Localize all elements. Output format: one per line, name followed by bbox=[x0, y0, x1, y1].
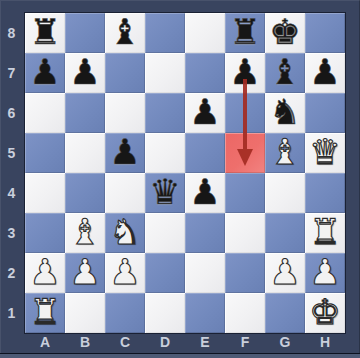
rank-label-3: 3 bbox=[0, 213, 23, 253]
square-c7[interactable] bbox=[105, 53, 145, 93]
square-d3[interactable] bbox=[145, 213, 185, 253]
square-d7[interactable] bbox=[145, 53, 185, 93]
square-h3[interactable]: ♜ bbox=[305, 213, 345, 253]
piece-black-pawn[interactable]: ♟ bbox=[25, 53, 65, 93]
piece-black-pawn[interactable]: ♟ bbox=[305, 53, 345, 93]
square-e6[interactable]: ♟ bbox=[185, 93, 225, 133]
square-b6[interactable] bbox=[65, 93, 105, 133]
square-a1[interactable]: ♜ bbox=[25, 293, 65, 333]
square-c2[interactable]: ♟ bbox=[105, 253, 145, 293]
piece-black-pawn[interactable]: ♟ bbox=[185, 173, 225, 213]
square-g1[interactable] bbox=[265, 293, 305, 333]
square-h4[interactable] bbox=[305, 173, 345, 213]
square-h6[interactable] bbox=[305, 93, 345, 133]
square-c6[interactable] bbox=[105, 93, 145, 133]
board-frame: 87654321 ♜♝♜♚♟♟♟♝♟♟♞♟♝♛♛♟♝♞♜♟♟♟♟♟♜♚ ABCD… bbox=[0, 0, 360, 358]
square-g2[interactable]: ♟ bbox=[265, 253, 305, 293]
piece-white-pawn[interactable]: ♟ bbox=[105, 253, 145, 293]
square-a8[interactable]: ♜ bbox=[25, 13, 65, 53]
piece-black-bishop[interactable]: ♝ bbox=[105, 13, 145, 53]
square-a2[interactable]: ♟ bbox=[25, 253, 65, 293]
square-d5[interactable] bbox=[145, 133, 185, 173]
piece-white-pawn[interactable]: ♟ bbox=[25, 253, 65, 293]
square-f8[interactable]: ♜ bbox=[225, 13, 265, 53]
square-f7[interactable]: ♟ bbox=[225, 53, 265, 93]
square-h2[interactable]: ♟ bbox=[305, 253, 345, 293]
square-f6[interactable] bbox=[225, 93, 265, 133]
square-c3[interactable]: ♞ bbox=[105, 213, 145, 253]
square-g5[interactable]: ♝ bbox=[265, 133, 305, 173]
piece-black-pawn[interactable]: ♟ bbox=[65, 53, 105, 93]
square-e1[interactable] bbox=[185, 293, 225, 333]
square-d2[interactable] bbox=[145, 253, 185, 293]
square-a5[interactable] bbox=[25, 133, 65, 173]
square-b3[interactable]: ♝ bbox=[65, 213, 105, 253]
rank-label-8: 8 bbox=[0, 13, 23, 53]
square-f4[interactable] bbox=[225, 173, 265, 213]
square-b2[interactable]: ♟ bbox=[65, 253, 105, 293]
piece-black-rook[interactable]: ♜ bbox=[225, 13, 265, 53]
square-d6[interactable] bbox=[145, 93, 185, 133]
square-g6[interactable]: ♞ bbox=[265, 93, 305, 133]
square-f1[interactable] bbox=[225, 293, 265, 333]
square-e8[interactable] bbox=[185, 13, 225, 53]
window-edge bbox=[0, 353, 360, 358]
piece-white-rook[interactable]: ♜ bbox=[25, 293, 65, 333]
piece-white-pawn[interactable]: ♟ bbox=[305, 253, 345, 293]
square-a6[interactable] bbox=[25, 93, 65, 133]
file-label-e: E bbox=[185, 333, 225, 353]
rank-label-4: 4 bbox=[0, 173, 23, 213]
file-label-d: D bbox=[145, 333, 185, 353]
square-d8[interactable] bbox=[145, 13, 185, 53]
piece-white-knight[interactable]: ♞ bbox=[105, 213, 145, 253]
square-f3[interactable] bbox=[225, 213, 265, 253]
square-g3[interactable] bbox=[265, 213, 305, 253]
piece-black-bishop[interactable]: ♝ bbox=[265, 53, 305, 93]
rank-label-7: 7 bbox=[0, 53, 23, 93]
square-h8[interactable] bbox=[305, 13, 345, 53]
rank-label-1: 1 bbox=[0, 293, 23, 333]
square-h1[interactable]: ♚ bbox=[305, 293, 345, 333]
board: ♜♝♜♚♟♟♟♝♟♟♞♟♝♛♛♟♝♞♜♟♟♟♟♟♜♚ bbox=[25, 13, 345, 333]
square-c5[interactable]: ♟ bbox=[105, 133, 145, 173]
piece-black-pawn[interactable]: ♟ bbox=[185, 93, 225, 133]
piece-white-pawn[interactable]: ♟ bbox=[265, 253, 305, 293]
piece-black-rook[interactable]: ♜ bbox=[25, 13, 65, 53]
rank-label-5: 5 bbox=[0, 133, 23, 173]
square-h7[interactable]: ♟ bbox=[305, 53, 345, 93]
square-b5[interactable] bbox=[65, 133, 105, 173]
piece-black-pawn[interactable]: ♟ bbox=[225, 53, 265, 93]
square-c4[interactable] bbox=[105, 173, 145, 213]
piece-white-queen[interactable]: ♛ bbox=[305, 133, 345, 173]
piece-white-king[interactable]: ♚ bbox=[305, 293, 345, 333]
square-a3[interactable] bbox=[25, 213, 65, 253]
square-e7[interactable] bbox=[185, 53, 225, 93]
square-d4[interactable]: ♛ bbox=[145, 173, 185, 213]
square-e2[interactable] bbox=[185, 253, 225, 293]
rank-label-6: 6 bbox=[0, 93, 23, 133]
file-label-c: C bbox=[105, 333, 145, 353]
square-c1[interactable] bbox=[105, 293, 145, 333]
square-c8[interactable]: ♝ bbox=[105, 13, 145, 53]
square-a4[interactable] bbox=[25, 173, 65, 213]
square-h5[interactable]: ♛ bbox=[305, 133, 345, 173]
file-label-f: F bbox=[225, 333, 265, 353]
file-label-a: A bbox=[25, 333, 65, 353]
square-e5[interactable] bbox=[185, 133, 225, 173]
square-e3[interactable] bbox=[185, 213, 225, 253]
piece-black-queen[interactable]: ♛ bbox=[145, 173, 185, 213]
piece-black-pawn[interactable]: ♟ bbox=[105, 133, 145, 173]
square-b8[interactable] bbox=[65, 13, 105, 53]
file-label-b: B bbox=[65, 333, 105, 353]
file-label-h: H bbox=[305, 333, 345, 353]
piece-white-pawn[interactable]: ♟ bbox=[65, 253, 105, 293]
piece-black-knight[interactable]: ♞ bbox=[265, 93, 305, 133]
square-e4[interactable]: ♟ bbox=[185, 173, 225, 213]
piece-white-bishop[interactable]: ♝ bbox=[265, 133, 305, 173]
square-g7[interactable]: ♝ bbox=[265, 53, 305, 93]
square-b1[interactable] bbox=[65, 293, 105, 333]
square-f5[interactable] bbox=[225, 133, 265, 173]
square-f2[interactable] bbox=[225, 253, 265, 293]
piece-white-rook[interactable]: ♜ bbox=[305, 213, 345, 253]
piece-white-bishop[interactable]: ♝ bbox=[65, 213, 105, 253]
piece-black-king[interactable]: ♚ bbox=[265, 13, 305, 53]
square-g4[interactable] bbox=[265, 173, 305, 213]
square-b4[interactable] bbox=[65, 173, 105, 213]
square-d1[interactable] bbox=[145, 293, 185, 333]
rank-label-2: 2 bbox=[0, 253, 23, 293]
square-g8[interactable]: ♚ bbox=[265, 13, 305, 53]
square-b7[interactable]: ♟ bbox=[65, 53, 105, 93]
square-a7[interactable]: ♟ bbox=[25, 53, 65, 93]
file-label-g: G bbox=[265, 333, 305, 353]
